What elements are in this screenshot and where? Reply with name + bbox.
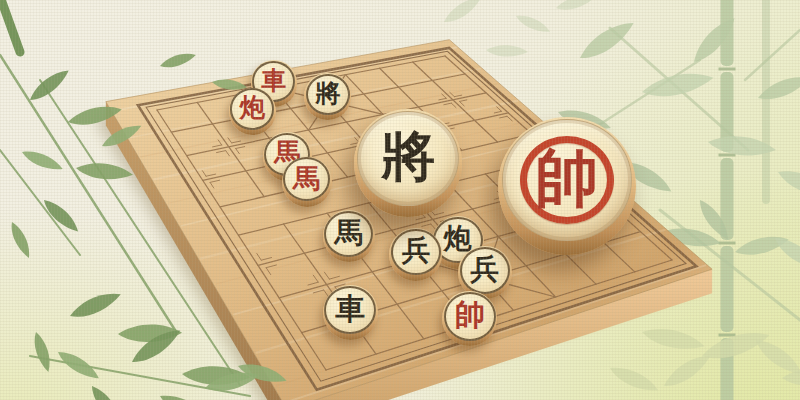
piece-red-general-large[interactable]: 帥 xyxy=(498,117,636,255)
piece-red-general[interactable]: 帥 xyxy=(442,291,497,346)
piece-face: 兵 xyxy=(460,247,510,294)
pieces-layer: 車炮將馬馬馬兵炮兵車帥將帥 xyxy=(0,0,800,400)
piece-character: 炮 xyxy=(444,225,472,253)
piece-red-horse-b[interactable]: 馬 xyxy=(282,157,332,207)
piece-face: 馬 xyxy=(283,157,330,201)
piece-character: 兵 xyxy=(402,237,431,266)
piece-black-chariot[interactable]: 車 xyxy=(323,285,378,340)
piece-face: 炮 xyxy=(230,88,275,130)
piece-character: 帥 xyxy=(535,147,599,211)
piece-character: 車 xyxy=(261,68,286,93)
piece-face: 帥 xyxy=(502,119,632,240)
piece-character: 炮 xyxy=(239,95,265,121)
piece-character: 兵 xyxy=(470,255,499,284)
piece-face: 將 xyxy=(306,74,350,115)
piece-character: 將 xyxy=(381,130,435,184)
piece-red-cannon[interactable]: 炮 xyxy=(229,88,276,135)
piece-character: 馬 xyxy=(293,165,320,192)
piece-character: 帥 xyxy=(455,300,485,330)
piece-face: 帥 xyxy=(444,292,496,341)
piece-face: 車 xyxy=(324,286,376,334)
piece-character: 馬 xyxy=(335,219,363,247)
piece-black-horse[interactable]: 馬 xyxy=(323,210,375,262)
piece-character: 車 xyxy=(336,294,366,324)
piece-black-pawn-a[interactable]: 兵 xyxy=(389,228,442,281)
piece-face: 馬 xyxy=(324,211,373,257)
piece-character: 將 xyxy=(315,81,340,106)
xiangqi-scene: 車炮將馬馬馬兵炮兵車帥將帥 xyxy=(0,0,800,400)
piece-face: 將 xyxy=(357,111,459,206)
piece-black-general[interactable]: 將 xyxy=(304,73,351,120)
piece-black-general-large[interactable]: 將 xyxy=(354,109,462,217)
piece-face: 兵 xyxy=(391,229,441,276)
